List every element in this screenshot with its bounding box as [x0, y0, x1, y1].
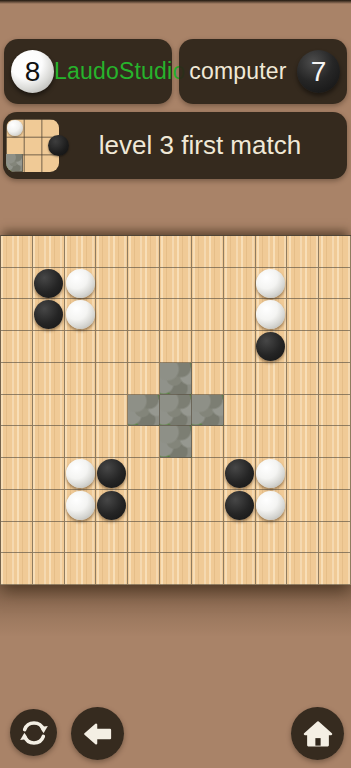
- black-disc: [256, 332, 285, 361]
- board-cell[interactable]: [128, 236, 160, 268]
- board-cell[interactable]: [192, 331, 224, 363]
- board-cell[interactable]: [192, 299, 224, 331]
- board-cell[interactable]: [160, 331, 192, 363]
- board-cell[interactable]: [224, 490, 256, 522]
- board-cell[interactable]: [224, 331, 256, 363]
- board-cell[interactable]: [1, 458, 33, 490]
- white-disc: [256, 491, 285, 520]
- white-score-ball: 8: [11, 50, 54, 93]
- board-cell[interactable]: [128, 458, 160, 490]
- board-cell[interactable]: [160, 522, 192, 554]
- board-cell[interactable]: [224, 395, 256, 427]
- board-cell[interactable]: [1, 299, 33, 331]
- stone-obstacle-cell[interactable]: [128, 395, 160, 427]
- board-cell[interactable]: [319, 553, 351, 585]
- board-cell[interactable]: [319, 236, 351, 268]
- board-cell[interactable]: [33, 490, 65, 522]
- board-cell[interactable]: [33, 426, 65, 458]
- white-disc: [256, 459, 285, 488]
- board-cell[interactable]: [65, 426, 97, 458]
- board-cell[interactable]: [128, 363, 160, 395]
- level-banner: level 3 first match: [3, 112, 347, 179]
- white-disc: [66, 459, 95, 488]
- board-cell[interactable]: [192, 426, 224, 458]
- player-score: 8: [25, 56, 41, 88]
- board-cell[interactable]: [1, 236, 33, 268]
- stone-obstacle-cell[interactable]: [192, 395, 224, 427]
- board-cell[interactable]: [224, 299, 256, 331]
- board-cell[interactable]: [96, 458, 128, 490]
- white-disc: [256, 300, 285, 329]
- board-cell[interactable]: [96, 522, 128, 554]
- board-cell[interactable]: [256, 268, 288, 300]
- board-cell[interactable]: [1, 395, 33, 427]
- board-cell[interactable]: [65, 395, 97, 427]
- board-cell[interactable]: [65, 553, 97, 585]
- board-cell[interactable]: [287, 268, 319, 300]
- board-cell[interactable]: [256, 331, 288, 363]
- board-cell[interactable]: [65, 268, 97, 300]
- stone-obstacle-cell[interactable]: [160, 426, 192, 458]
- board-cell[interactable]: [287, 236, 319, 268]
- board-cell[interactable]: [33, 522, 65, 554]
- board-cell[interactable]: [33, 268, 65, 300]
- board-cell[interactable]: [192, 522, 224, 554]
- home-icon: [300, 716, 336, 752]
- board-cell[interactable]: [128, 490, 160, 522]
- game-board: [0, 235, 351, 585]
- board-cell[interactable]: [319, 331, 351, 363]
- board-cell[interactable]: [224, 522, 256, 554]
- white-disc: [66, 491, 95, 520]
- board-cell[interactable]: [224, 236, 256, 268]
- board-cell[interactable]: [96, 236, 128, 268]
- board-cell[interactable]: [287, 299, 319, 331]
- board-cell[interactable]: [96, 395, 128, 427]
- black-disc: [34, 269, 63, 298]
- black-disc: [225, 491, 254, 520]
- board-cell[interactable]: [287, 331, 319, 363]
- board-cell[interactable]: [1, 363, 33, 395]
- mini-board-icon: [6, 119, 59, 172]
- black-disc: [34, 300, 63, 329]
- board-cell[interactable]: [160, 490, 192, 522]
- board-cell[interactable]: [256, 458, 288, 490]
- opponent-name: computer: [179, 58, 297, 85]
- board-cell[interactable]: [96, 490, 128, 522]
- board-cell[interactable]: [65, 458, 97, 490]
- board-cell[interactable]: [256, 553, 288, 585]
- board-cell[interactable]: [96, 426, 128, 458]
- player-score-panel: 8 LaudoStudio: [4, 39, 172, 104]
- board-cell[interactable]: [65, 522, 97, 554]
- top-shadow-strip: [0, 0, 351, 4]
- board-cell[interactable]: [1, 426, 33, 458]
- board-cell[interactable]: [65, 236, 97, 268]
- board-cell[interactable]: [33, 553, 65, 585]
- back-arrow-icon: [80, 716, 116, 752]
- mini-stone-cell: [6, 154, 23, 172]
- board-cell[interactable]: [96, 268, 128, 300]
- board-cell[interactable]: [319, 299, 351, 331]
- board-cell[interactable]: [256, 490, 288, 522]
- home-button[interactable]: [291, 707, 344, 760]
- board-cell[interactable]: [319, 426, 351, 458]
- board-cell[interactable]: [287, 363, 319, 395]
- black-score-ball: 7: [297, 50, 340, 93]
- board-cell[interactable]: [65, 363, 97, 395]
- board-cell[interactable]: [128, 522, 160, 554]
- board-cell[interactable]: [256, 299, 288, 331]
- board-cell[interactable]: [319, 522, 351, 554]
- board-cell[interactable]: [224, 426, 256, 458]
- board-cell[interactable]: [96, 299, 128, 331]
- board-cell[interactable]: [65, 331, 97, 363]
- board-cell[interactable]: [256, 363, 288, 395]
- board-cell[interactable]: [1, 522, 33, 554]
- white-disc: [256, 269, 285, 298]
- board-cell[interactable]: [65, 299, 97, 331]
- board-cell[interactable]: [1, 331, 33, 363]
- black-disc: [97, 459, 126, 488]
- board-cell[interactable]: [192, 236, 224, 268]
- board-cell[interactable]: [192, 458, 224, 490]
- board-cell[interactable]: [287, 490, 319, 522]
- white-disc: [66, 269, 95, 298]
- board-cell[interactable]: [287, 553, 319, 585]
- board-cell[interactable]: [65, 490, 97, 522]
- board-cell[interactable]: [33, 236, 65, 268]
- board-cell[interactable]: [224, 553, 256, 585]
- board-cell[interactable]: [96, 553, 128, 585]
- board-cell[interactable]: [160, 458, 192, 490]
- board-cell[interactable]: [192, 553, 224, 585]
- refresh-icon: [17, 716, 51, 750]
- board-cell[interactable]: [33, 363, 65, 395]
- board-bottom-shadow: [0, 585, 351, 637]
- board-cell[interactable]: [224, 268, 256, 300]
- white-disc: [66, 300, 95, 329]
- board-cell[interactable]: [224, 363, 256, 395]
- board-cell[interactable]: [96, 363, 128, 395]
- mini-black-disc: [48, 135, 69, 156]
- restart-button[interactable]: [10, 709, 57, 756]
- opponent-score-panel: computer 7: [179, 39, 347, 104]
- board-cell[interactable]: [256, 426, 288, 458]
- level-banner-text: level 3 first match: [59, 130, 347, 161]
- board-cell[interactable]: [319, 395, 351, 427]
- board-cell[interactable]: [319, 458, 351, 490]
- board-cell[interactable]: [160, 553, 192, 585]
- black-disc: [97, 491, 126, 520]
- board-cell[interactable]: [319, 490, 351, 522]
- board-cell[interactable]: [287, 522, 319, 554]
- board-cell[interactable]: [287, 426, 319, 458]
- game-screen: 8 LaudoStudio computer 7 level 3 first m…: [0, 0, 351, 768]
- board-cell[interactable]: [33, 395, 65, 427]
- board-cell[interactable]: [128, 299, 160, 331]
- opponent-score: 7: [311, 56, 327, 88]
- board-cell[interactable]: [160, 299, 192, 331]
- board-cell[interactable]: [192, 268, 224, 300]
- back-button[interactable]: [71, 707, 124, 760]
- stone-obstacle-cell[interactable]: [160, 363, 192, 395]
- board-cell[interactable]: [319, 363, 351, 395]
- board-cell[interactable]: [96, 331, 128, 363]
- board-cell[interactable]: [192, 490, 224, 522]
- board-cell[interactable]: [1, 553, 33, 585]
- board-cell[interactable]: [1, 490, 33, 522]
- board-cell[interactable]: [128, 553, 160, 585]
- board-cell[interactable]: [192, 363, 224, 395]
- black-disc: [225, 459, 254, 488]
- board-cell[interactable]: [1, 268, 33, 300]
- board-cell[interactable]: [160, 268, 192, 300]
- player-name: LaudoStudio: [54, 58, 185, 85]
- board-cell[interactable]: [224, 458, 256, 490]
- board-cell[interactable]: [128, 268, 160, 300]
- board-cell[interactable]: [256, 522, 288, 554]
- board-cell[interactable]: [319, 268, 351, 300]
- board-cell[interactable]: [128, 426, 160, 458]
- board-cell[interactable]: [256, 395, 288, 427]
- board-cell[interactable]: [287, 395, 319, 427]
- stone-obstacle-cell[interactable]: [160, 395, 192, 427]
- board-cell[interactable]: [287, 458, 319, 490]
- board-cell[interactable]: [128, 331, 160, 363]
- board-cell[interactable]: [160, 236, 192, 268]
- board-cell[interactable]: [256, 236, 288, 268]
- board-cell[interactable]: [33, 458, 65, 490]
- board-cell[interactable]: [33, 299, 65, 331]
- mini-white-disc: [7, 120, 23, 136]
- board-cell[interactable]: [33, 331, 65, 363]
